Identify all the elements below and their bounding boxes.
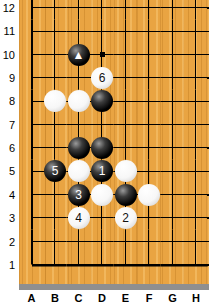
- intersection-D1[interactable]: [90, 253, 114, 276]
- intersection-H9[interactable]: [184, 66, 208, 89]
- intersection-C7[interactable]: [67, 113, 91, 136]
- intersection-F3[interactable]: [137, 206, 161, 229]
- intersection-D6[interactable]: [90, 136, 114, 159]
- intersection-C3[interactable]: 4: [67, 206, 91, 229]
- intersection-A11[interactable]: [20, 20, 44, 43]
- intersection-G8[interactable]: [161, 90, 185, 113]
- move-number-label: 6: [99, 72, 106, 84]
- intersection-B8[interactable]: [43, 90, 67, 113]
- go-board: ▲651342: [19, 0, 209, 284]
- white-stone-E3: 2: [115, 207, 137, 229]
- star-point-D10: [100, 52, 105, 57]
- intersection-D12[interactable]: [90, 0, 114, 20]
- intersection-A9[interactable]: [20, 66, 44, 89]
- intersection-B11[interactable]: [43, 20, 67, 43]
- black-stone-E4: [115, 184, 137, 206]
- intersection-E1[interactable]: [114, 253, 138, 276]
- intersection-A2[interactable]: [20, 230, 44, 253]
- intersection-E5[interactable]: [114, 160, 138, 183]
- white-stone-C3: 4: [68, 207, 90, 229]
- intersection-A7[interactable]: [20, 113, 44, 136]
- intersection-C1[interactable]: [67, 253, 91, 276]
- intersection-B12[interactable]: [43, 0, 67, 20]
- intersection-G9[interactable]: [161, 66, 185, 89]
- black-stone-B5: 5: [44, 160, 66, 182]
- intersection-D9[interactable]: 6: [90, 66, 114, 89]
- row-label-12: 12: [0, 1, 15, 15]
- intersection-D8[interactable]: [90, 90, 114, 113]
- intersection-G3[interactable]: [161, 206, 185, 229]
- intersection-D4[interactable]: [90, 183, 114, 206]
- row-label-3: 3: [0, 211, 15, 225]
- goban-grid: ▲651342: [20, 0, 208, 277]
- intersection-C10[interactable]: ▲: [67, 43, 91, 66]
- intersection-H10[interactable]: [184, 43, 208, 66]
- intersection-A12[interactable]: [20, 0, 44, 20]
- intersection-G2[interactable]: [161, 230, 185, 253]
- intersection-B6[interactable]: [43, 136, 67, 159]
- intersection-C2[interactable]: [67, 230, 91, 253]
- intersection-F8[interactable]: [137, 90, 161, 113]
- intersection-F4[interactable]: [137, 183, 161, 206]
- intersection-A1[interactable]: [20, 253, 44, 276]
- intersection-A3[interactable]: [20, 206, 44, 229]
- intersection-D3[interactable]: [90, 206, 114, 229]
- row-label-10: 10: [0, 48, 15, 62]
- intersection-F1[interactable]: [137, 253, 161, 276]
- move-number-label: 4: [75, 212, 82, 224]
- intersection-D11[interactable]: [90, 20, 114, 43]
- intersection-B4[interactable]: [43, 183, 67, 206]
- column-label-B: B: [43, 291, 67, 305]
- intersection-E9[interactable]: [114, 66, 138, 89]
- row-label-6: 6: [0, 141, 15, 155]
- white-stone-D9: 6: [91, 67, 113, 89]
- intersection-F5[interactable]: [137, 160, 161, 183]
- intersection-H5[interactable]: [184, 160, 208, 183]
- intersection-B9[interactable]: [43, 66, 67, 89]
- black-stone-D8: [91, 90, 113, 112]
- black-stone-C6: [68, 137, 90, 159]
- intersection-C11[interactable]: [67, 20, 91, 43]
- intersection-B7[interactable]: [43, 113, 67, 136]
- move-number-label: 2: [122, 212, 129, 224]
- intersection-H3[interactable]: [184, 206, 208, 229]
- column-label-F: F: [137, 291, 161, 305]
- intersection-F7[interactable]: [137, 113, 161, 136]
- row-label-11: 11: [0, 24, 15, 38]
- move-number-label: 3: [75, 189, 82, 201]
- intersection-E8[interactable]: [114, 90, 138, 113]
- row-label-1: 1: [0, 258, 15, 272]
- intersection-H2[interactable]: [184, 230, 208, 253]
- row-label-5: 5: [0, 164, 15, 178]
- white-stone-C5: [68, 160, 90, 182]
- intersection-F6[interactable]: [137, 136, 161, 159]
- intersection-G11[interactable]: [161, 20, 185, 43]
- white-stone-D4: [91, 184, 113, 206]
- intersection-C4[interactable]: 3: [67, 183, 91, 206]
- intersection-H7[interactable]: [184, 113, 208, 136]
- intersection-D7[interactable]: [90, 113, 114, 136]
- row-label-7: 7: [0, 118, 15, 132]
- intersection-C12[interactable]: [67, 0, 91, 20]
- intersection-E7[interactable]: [114, 113, 138, 136]
- intersection-E11[interactable]: [114, 20, 138, 43]
- intersection-G7[interactable]: [161, 113, 185, 136]
- board-shadow: [19, 284, 209, 290]
- row-label-2: 2: [0, 235, 15, 249]
- intersection-H8[interactable]: [184, 90, 208, 113]
- column-label-D: D: [90, 291, 114, 305]
- intersection-F9[interactable]: [137, 66, 161, 89]
- column-label-C: C: [67, 291, 91, 305]
- intersection-H6[interactable]: [184, 136, 208, 159]
- intersection-H1[interactable]: [184, 253, 208, 276]
- intersection-E2[interactable]: [114, 230, 138, 253]
- intersection-G1[interactable]: [161, 253, 185, 276]
- intersection-G6[interactable]: [161, 136, 185, 159]
- intersection-B5[interactable]: 5: [43, 160, 67, 183]
- column-label-A: A: [20, 291, 44, 305]
- intersection-H12[interactable]: [184, 0, 208, 20]
- intersection-H11[interactable]: [184, 20, 208, 43]
- intersection-G12[interactable]: [161, 0, 185, 20]
- intersection-A6[interactable]: [20, 136, 44, 159]
- intersection-D10[interactable]: [90, 43, 114, 66]
- row-label-8: 8: [0, 94, 15, 108]
- column-label-G: G: [161, 291, 185, 305]
- intersection-A5[interactable]: [20, 160, 44, 183]
- go-diagram: 121110987654321 ▲651342 ABCDEFGH: [0, 0, 209, 308]
- intersection-F12[interactable]: [137, 0, 161, 20]
- intersection-C9[interactable]: [67, 66, 91, 89]
- intersection-G10[interactable]: [161, 43, 185, 66]
- black-stone-D5: 1: [91, 160, 113, 182]
- intersection-E12[interactable]: [114, 0, 138, 20]
- white-stone-B8: [44, 90, 66, 112]
- intersection-A10[interactable]: [20, 43, 44, 66]
- black-stone-C4: 3: [68, 184, 90, 206]
- intersection-A8[interactable]: [20, 90, 44, 113]
- intersection-G4[interactable]: [161, 183, 185, 206]
- intersection-F10[interactable]: [137, 43, 161, 66]
- triangle-mark-icon: ▲: [73, 48, 85, 60]
- intersection-F11[interactable]: [137, 20, 161, 43]
- intersection-B1[interactable]: [43, 253, 67, 276]
- intersection-F2[interactable]: [137, 230, 161, 253]
- white-stone-C8: [68, 90, 90, 112]
- intersection-D2[interactable]: [90, 230, 114, 253]
- move-number-label: 1: [99, 165, 106, 177]
- intersection-E6[interactable]: [114, 136, 138, 159]
- intersection-C8[interactable]: [67, 90, 91, 113]
- black-stone-D6: [91, 137, 113, 159]
- white-stone-E5: [115, 160, 137, 182]
- row-coordinate-labels: 121110987654321: [0, 0, 15, 308]
- column-label-E: E: [114, 291, 138, 305]
- intersection-E10[interactable]: [114, 43, 138, 66]
- row-label-9: 9: [0, 71, 15, 85]
- white-stone-F4: [138, 184, 160, 206]
- column-coordinate-labels: ABCDEFGH: [19, 291, 209, 305]
- intersection-G5[interactable]: [161, 160, 185, 183]
- intersection-B2[interactable]: [43, 230, 67, 253]
- intersection-C5[interactable]: [67, 160, 91, 183]
- intersection-H4[interactable]: [184, 183, 208, 206]
- intersection-B3[interactable]: [43, 206, 67, 229]
- intersection-D5[interactable]: 1: [90, 160, 114, 183]
- grid-line-extension: [207, 0, 210, 266]
- intersection-E3[interactable]: 2: [114, 206, 138, 229]
- intersection-B10[interactable]: [43, 43, 67, 66]
- intersection-A4[interactable]: [20, 183, 44, 206]
- intersection-E4[interactable]: [114, 183, 138, 206]
- intersection-C6[interactable]: [67, 136, 91, 159]
- move-number-label: 5: [52, 165, 59, 177]
- black-stone-C10: ▲: [68, 44, 90, 66]
- column-label-H: H: [184, 291, 208, 305]
- row-label-4: 4: [0, 188, 15, 202]
